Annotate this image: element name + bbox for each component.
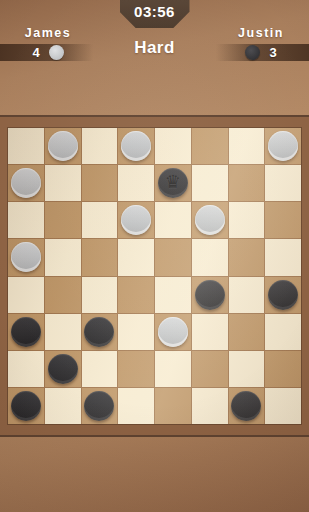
square-2-4	[155, 202, 191, 238]
square-2-2	[82, 202, 118, 238]
square-6-5[interactable]	[192, 351, 228, 387]
square-5-3	[118, 314, 154, 350]
white-man-piece[interactable]	[121, 205, 151, 235]
player-name-left: James	[0, 26, 96, 40]
square-7-2[interactable]	[82, 388, 118, 424]
square-7-0[interactable]	[8, 388, 44, 424]
timer-value: 03:56	[134, 3, 175, 20]
square-6-7[interactable]	[265, 351, 301, 387]
square-5-6[interactable]	[229, 314, 265, 350]
black-king-piece[interactable]: ♛	[158, 168, 188, 198]
square-7-6[interactable]	[229, 388, 265, 424]
square-2-7[interactable]	[265, 202, 301, 238]
square-4-2	[82, 277, 118, 313]
square-7-4[interactable]	[155, 388, 191, 424]
square-3-7	[265, 239, 301, 275]
square-4-4	[155, 277, 191, 313]
square-5-7	[265, 314, 301, 350]
square-3-5	[192, 239, 228, 275]
square-5-0[interactable]	[8, 314, 44, 350]
square-3-4[interactable]	[155, 239, 191, 275]
white-man-piece[interactable]	[268, 131, 298, 161]
white-man-piece[interactable]	[48, 131, 78, 161]
player-panel-justin: Justin 3	[213, 26, 309, 61]
square-1-3	[118, 165, 154, 201]
square-0-1[interactable]	[45, 128, 81, 164]
score-bar-left: 4	[0, 44, 96, 61]
white-man-piece[interactable]	[195, 205, 225, 235]
square-0-5[interactable]	[192, 128, 228, 164]
square-4-3[interactable]	[118, 277, 154, 313]
checkers-app-screen: 03:56 Hard James 4 Justin 3 ♛	[0, 0, 309, 512]
square-3-2[interactable]	[82, 239, 118, 275]
square-4-0	[8, 277, 44, 313]
black-man-piece[interactable]	[48, 354, 78, 384]
square-0-7[interactable]	[265, 128, 301, 164]
square-0-3[interactable]	[118, 128, 154, 164]
square-2-6	[229, 202, 265, 238]
square-3-0[interactable]	[8, 239, 44, 275]
black-piece-icon	[245, 45, 260, 60]
square-6-4	[155, 351, 191, 387]
square-7-7	[265, 388, 301, 424]
square-0-2	[82, 128, 118, 164]
square-2-1[interactable]	[45, 202, 81, 238]
square-1-2[interactable]	[82, 165, 118, 201]
square-4-5[interactable]	[192, 277, 228, 313]
square-4-1[interactable]	[45, 277, 81, 313]
black-man-piece[interactable]	[84, 317, 114, 347]
square-0-6	[229, 128, 265, 164]
timer-banner: 03:56	[120, 0, 190, 28]
white-man-piece[interactable]	[11, 242, 41, 272]
square-7-3	[118, 388, 154, 424]
square-5-1	[45, 314, 81, 350]
black-man-piece[interactable]	[231, 391, 261, 421]
black-man-piece[interactable]	[84, 391, 114, 421]
square-6-3[interactable]	[118, 351, 154, 387]
square-5-4[interactable]	[155, 314, 191, 350]
square-4-6	[229, 277, 265, 313]
square-0-0	[8, 128, 44, 164]
board-grid: ♛	[8, 128, 301, 424]
square-4-7[interactable]	[265, 277, 301, 313]
black-man-piece[interactable]	[11, 317, 41, 347]
white-man-piece[interactable]	[158, 317, 188, 347]
square-6-6	[229, 351, 265, 387]
white-man-piece[interactable]	[121, 131, 151, 161]
score-value-left: 4	[32, 45, 39, 60]
square-1-5	[192, 165, 228, 201]
square-1-7	[265, 165, 301, 201]
king-crown-icon: ♛	[165, 173, 181, 191]
square-2-3[interactable]	[118, 202, 154, 238]
square-2-5[interactable]	[192, 202, 228, 238]
square-6-1[interactable]	[45, 351, 81, 387]
score-value-right: 3	[269, 45, 276, 60]
board-frame: ♛	[0, 115, 309, 437]
square-1-6[interactable]	[229, 165, 265, 201]
square-3-1	[45, 239, 81, 275]
square-3-6[interactable]	[229, 239, 265, 275]
square-6-0	[8, 351, 44, 387]
square-7-1	[45, 388, 81, 424]
player-panel-james: James 4	[0, 26, 96, 61]
square-3-3	[118, 239, 154, 275]
square-1-1	[45, 165, 81, 201]
square-7-5	[192, 388, 228, 424]
score-bar-right: 3	[213, 44, 309, 61]
square-0-4	[155, 128, 191, 164]
black-man-piece[interactable]	[268, 280, 298, 310]
square-1-0[interactable]	[8, 165, 44, 201]
white-piece-icon	[49, 45, 64, 60]
square-6-2	[82, 351, 118, 387]
black-man-piece[interactable]	[11, 391, 41, 421]
black-man-piece[interactable]	[195, 280, 225, 310]
square-2-0	[8, 202, 44, 238]
player-name-right: Justin	[213, 26, 309, 40]
square-1-4[interactable]: ♛	[155, 165, 191, 201]
white-man-piece[interactable]	[11, 168, 41, 198]
square-5-2[interactable]	[82, 314, 118, 350]
square-5-5	[192, 314, 228, 350]
